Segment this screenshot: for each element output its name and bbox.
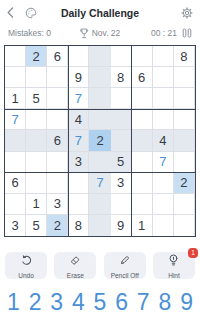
- numpad-3[interactable]: 3: [50, 289, 63, 315]
- toolbar: Undo Erase: [0, 252, 200, 279]
- cell-r1c3[interactable]: 6: [47, 46, 68, 67]
- cell-r5c4[interactable]: 7: [68, 130, 89, 151]
- cell-r8c1[interactable]: [5, 194, 26, 215]
- cell-r3c3[interactable]: [47, 88, 68, 109]
- timer: 00 : 21: [151, 28, 177, 38]
- cell-r4c6[interactable]: [111, 109, 132, 130]
- cell-r2c6[interactable]: 8: [111, 67, 132, 88]
- cell-r5c5[interactable]: 2: [89, 130, 110, 151]
- cell-r9c3[interactable]: 2: [47, 215, 68, 236]
- mistakes-counter: Mistakes: 0: [8, 28, 51, 38]
- cell-r8c8[interactable]: [153, 194, 174, 215]
- cell-r3c1[interactable]: 1: [5, 88, 26, 109]
- pencil-icon: [119, 252, 130, 270]
- cell-r4c1[interactable]: 7: [5, 109, 26, 130]
- hint-bulb-icon: [168, 252, 179, 270]
- cell-r6c3[interactable]: [47, 152, 68, 173]
- pencil-label: Pencil Off: [111, 272, 139, 279]
- cell-r7c4[interactable]: [68, 173, 89, 194]
- cell-r8c2[interactable]: 1: [26, 194, 47, 215]
- cell-r4c3[interactable]: [47, 109, 68, 130]
- cell-r2c8[interactable]: [153, 67, 174, 88]
- cell-r8c6[interactable]: [111, 194, 132, 215]
- cell-r7c5[interactable]: 7: [89, 173, 110, 194]
- cell-r7c1[interactable]: 6: [5, 173, 26, 194]
- hint-label: Hint: [168, 272, 180, 279]
- cell-r3c9[interactable]: [174, 88, 195, 109]
- cell-r3c7[interactable]: [132, 88, 153, 109]
- cell-r6c9[interactable]: [174, 152, 195, 173]
- pencil-button[interactable]: Pencil Off: [104, 252, 146, 279]
- cell-r4c5[interactable]: [89, 109, 110, 130]
- cell-r8c9[interactable]: [174, 194, 195, 215]
- cell-r6c5[interactable]: [89, 152, 110, 173]
- cell-r7c6[interactable]: 3: [111, 173, 132, 194]
- cell-r5c9[interactable]: [174, 130, 195, 151]
- cell-r1c1[interactable]: [5, 46, 26, 67]
- cell-r4c8[interactable]: [153, 109, 174, 130]
- cell-r1c4[interactable]: [68, 46, 89, 67]
- cell-r5c6[interactable]: [111, 130, 132, 151]
- cell-r1c2[interactable]: 2: [26, 46, 47, 67]
- cell-r1c5[interactable]: [89, 46, 110, 67]
- cell-r6c8[interactable]: 7: [153, 152, 174, 173]
- cell-r6c7[interactable]: [132, 152, 153, 173]
- cell-r7c9[interactable]: 2: [174, 173, 195, 194]
- cell-r6c6[interactable]: 5: [111, 152, 132, 173]
- cell-r8c3[interactable]: 3: [47, 194, 68, 215]
- numpad-1[interactable]: 1: [7, 289, 20, 315]
- cell-r2c1[interactable]: [5, 67, 26, 88]
- cell-r1c8[interactable]: [153, 46, 174, 67]
- cell-r9c4[interactable]: 8: [68, 215, 89, 236]
- cell-r3c4[interactable]: 7: [68, 88, 89, 109]
- cell-r7c8[interactable]: [153, 173, 174, 194]
- cell-r4c7[interactable]: [132, 109, 153, 130]
- eraser-icon: [69, 252, 81, 270]
- cell-r6c1[interactable]: [5, 152, 26, 173]
- cell-r2c3[interactable]: [47, 67, 68, 88]
- cell-r3c6[interactable]: [111, 88, 132, 109]
- cell-r8c4[interactable]: [68, 194, 89, 215]
- number-pad: 1 2 3 4 5 6 7 8 9: [0, 289, 200, 315]
- numpad-6[interactable]: 6: [115, 289, 128, 315]
- cell-r4c9[interactable]: [174, 109, 195, 130]
- undo-button[interactable]: Undo: [5, 252, 47, 279]
- settings-gear-icon[interactable]: [181, 7, 193, 19]
- cell-r3c8[interactable]: [153, 88, 174, 109]
- numpad-5[interactable]: 5: [94, 289, 107, 315]
- pause-icon[interactable]: [182, 28, 192, 38]
- cell-r8c7[interactable]: [132, 194, 153, 215]
- numpad-7[interactable]: 7: [137, 289, 150, 315]
- cell-r5c7[interactable]: [132, 130, 153, 151]
- back-icon[interactable]: [7, 7, 14, 18]
- cell-r5c2[interactable]: [26, 130, 47, 151]
- cell-r5c1[interactable]: [5, 130, 26, 151]
- undo-label: Undo: [18, 272, 34, 279]
- hint-button[interactable]: 1 Hint: [153, 252, 195, 279]
- sudoku-app: Daily Challenge Mistakes: 0: [0, 0, 200, 320]
- theme-palette-icon[interactable]: [25, 7, 37, 19]
- cell-r6c2[interactable]: [26, 152, 47, 173]
- erase-button[interactable]: Erase: [54, 252, 96, 279]
- undo-icon: [21, 252, 32, 270]
- cell-r4c4[interactable]: 4: [68, 109, 89, 130]
- cell-r2c9[interactable]: [174, 67, 195, 88]
- cell-r9c6[interactable]: 9: [111, 215, 132, 236]
- cell-r5c8[interactable]: 4: [153, 130, 174, 151]
- top-bar: Daily Challenge: [0, 0, 200, 20]
- trophy-icon: [80, 28, 89, 39]
- cell-r9c1[interactable]: 3: [5, 215, 26, 236]
- cell-r9c7[interactable]: 1: [132, 215, 153, 236]
- cell-r9c5[interactable]: [89, 215, 110, 236]
- cell-r1c6[interactable]: [111, 46, 132, 67]
- status-row: Mistakes: 0 Nov. 22 00 : 21: [0, 25, 200, 41]
- cell-r2c2[interactable]: [26, 67, 47, 88]
- numpad-4[interactable]: 4: [72, 289, 85, 315]
- numpad-2[interactable]: 2: [29, 289, 42, 315]
- cell-r7c7[interactable]: [132, 173, 153, 194]
- cell-r6c4[interactable]: 3: [68, 152, 89, 173]
- cell-r9c9[interactable]: [174, 215, 195, 236]
- cell-r9c8[interactable]: [153, 215, 174, 236]
- cell-r4c2[interactable]: [26, 109, 47, 130]
- cell-r7c3[interactable]: [47, 173, 68, 194]
- numpad-8[interactable]: 8: [158, 289, 171, 315]
- cell-r1c7[interactable]: [132, 46, 153, 67]
- cell-r3c2[interactable]: 5: [26, 88, 47, 109]
- cell-r1c9[interactable]: 8: [174, 46, 195, 67]
- sudoku-board: 268986157746724357673213352891: [4, 45, 196, 237]
- cell-r8c5[interactable]: [89, 194, 110, 215]
- cell-r2c7[interactable]: 6: [132, 67, 153, 88]
- hint-badge: 1: [188, 248, 198, 258]
- cell-r3c5[interactable]: [89, 88, 110, 109]
- numpad-9[interactable]: 9: [180, 289, 193, 315]
- cell-r5c3[interactable]: 6: [47, 130, 68, 151]
- cell-r2c4[interactable]: 9: [68, 67, 89, 88]
- erase-label: Erase: [67, 272, 84, 279]
- cell-r2c5[interactable]: [89, 67, 110, 88]
- cell-r9c2[interactable]: 5: [26, 215, 47, 236]
- cell-r7c2[interactable]: [26, 173, 47, 194]
- challenge-date: Nov. 22: [92, 28, 121, 38]
